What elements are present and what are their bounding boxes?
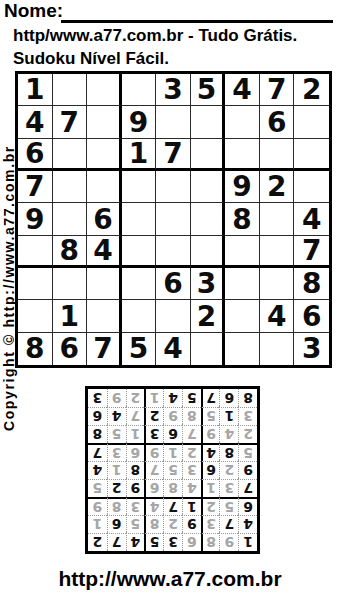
puzzle-given-cell: 6	[87, 203, 122, 235]
sudoku-print-page: Nome: http/www.a77.com.br - Tudo Grátis.…	[0, 0, 340, 596]
puzzle-empty-cell[interactable]	[87, 171, 122, 203]
puzzle-given-cell: 8	[294, 268, 329, 300]
puzzle-given-cell: 8	[53, 236, 88, 268]
solution-given-cell: 3	[88, 389, 107, 407]
solution-grid-rotated: 1986354724739285616521743897314869259263…	[85, 386, 260, 554]
solution-solved-cell: 3	[126, 497, 145, 515]
solution-given-cell: 1	[238, 533, 257, 551]
solution-given-cell: 9	[182, 515, 201, 533]
puzzle-given-cell: 7	[18, 171, 53, 203]
solution-solved-cell: 7	[144, 461, 163, 479]
solution-solved-cell: 8	[107, 497, 126, 515]
solution-solved-cell: 7	[126, 407, 145, 425]
puzzle-empty-cell[interactable]	[225, 106, 260, 138]
puzzle-given-cell: 1	[122, 139, 157, 171]
solution-solved-cell: 1	[201, 479, 220, 497]
solution-given-cell: 6	[201, 461, 220, 479]
puzzle-empty-cell[interactable]	[87, 106, 122, 138]
puzzle-empty-cell[interactable]	[87, 139, 122, 171]
puzzle-empty-cell[interactable]	[225, 268, 260, 300]
puzzle-given-cell: 9	[122, 106, 157, 138]
puzzle-given-cell: 3	[294, 333, 329, 365]
puzzle-given-cell: 6	[294, 300, 329, 332]
puzzle-given-cell: 7	[260, 74, 295, 106]
solution-solved-cell: 5	[163, 461, 182, 479]
solution-solved-cell: 9	[219, 533, 238, 551]
puzzle-empty-cell[interactable]	[225, 139, 260, 171]
puzzle-given-cell: 6	[53, 333, 88, 365]
solution-solved-cell: 4	[182, 479, 201, 497]
puzzle-empty-cell[interactable]	[18, 300, 53, 332]
solution-given-cell: 7	[163, 497, 182, 515]
solution-given-cell: 4	[126, 533, 145, 551]
solution-grid: 1986354724739285616521743897314869259263…	[85, 386, 260, 554]
solution-solved-cell: 6	[144, 479, 163, 497]
puzzle-given-cell: 7	[87, 333, 122, 365]
solution-solved-cell: 5	[201, 407, 220, 425]
solution-solved-cell: 9	[107, 389, 126, 407]
puzzle-given-cell: 7	[156, 139, 191, 171]
solution-given-cell: 8	[88, 425, 107, 443]
puzzle-empty-cell[interactable]	[53, 171, 88, 203]
puzzle-empty-cell[interactable]	[191, 236, 226, 268]
puzzle-given-cell: 4	[260, 300, 295, 332]
solution-solved-cell: 9	[144, 443, 163, 461]
solution-given-cell: 7	[88, 443, 107, 461]
solution-given-cell: 1	[182, 497, 201, 515]
copyright-vertical-text: Copyright © http://www.a77.com.br	[1, 145, 17, 431]
puzzle-given-cell: 3	[191, 268, 226, 300]
puzzle-empty-cell[interactable]	[122, 268, 157, 300]
puzzle-empty-cell[interactable]	[191, 139, 226, 171]
puzzle-empty-cell[interactable]	[294, 139, 329, 171]
puzzle-given-cell: 4	[87, 236, 122, 268]
solution-solved-cell: 2	[163, 515, 182, 533]
puzzle-empty-cell[interactable]	[122, 236, 157, 268]
puzzle-empty-cell[interactable]	[53, 203, 88, 235]
solution-solved-cell: 5	[88, 479, 107, 497]
puzzle-given-cell: 9	[225, 171, 260, 203]
name-label: Nome:	[4, 0, 63, 22]
solution-given-cell: 4	[163, 389, 182, 407]
puzzle-empty-cell[interactable]	[260, 333, 295, 365]
solution-solved-cell: 3	[182, 461, 201, 479]
solution-solved-cell: 8	[163, 479, 182, 497]
puzzle-empty-cell[interactable]	[156, 106, 191, 138]
puzzle-empty-cell[interactable]	[191, 203, 226, 235]
puzzle-given-cell: 9	[18, 203, 53, 235]
puzzle-empty-cell[interactable]	[18, 236, 53, 268]
puzzle-empty-cell[interactable]	[260, 236, 295, 268]
name-underline-field[interactable]	[61, 0, 333, 23]
solution-solved-cell: 5	[126, 515, 145, 533]
puzzle-empty-cell[interactable]	[225, 236, 260, 268]
solution-solved-cell: 1	[126, 425, 145, 443]
puzzle-empty-cell[interactable]	[18, 268, 53, 300]
puzzle-given-cell: 3	[156, 74, 191, 106]
solution-solved-cell: 8	[182, 407, 201, 425]
puzzle-given-cell: 6	[156, 268, 191, 300]
solution-solved-cell: 8	[201, 533, 220, 551]
solution-given-cell: 5	[182, 389, 201, 407]
solution-solved-cell: 2	[219, 461, 238, 479]
puzzle-empty-cell[interactable]	[122, 74, 157, 106]
solution-solved-cell: 9	[201, 425, 220, 443]
solution-given-cell: 2	[88, 533, 107, 551]
solution-solved-cell: 9	[88, 497, 107, 515]
solution-given-cell: 9	[126, 479, 145, 497]
puzzle-given-cell: 6	[18, 139, 53, 171]
solution-solved-cell: 5	[219, 497, 238, 515]
puzzle-given-cell: 8	[18, 333, 53, 365]
solution-solved-cell: 5	[107, 425, 126, 443]
puzzle-empty-cell[interactable]	[87, 268, 122, 300]
puzzle-grid: 135472479661779296848476381246867543	[15, 71, 332, 368]
puzzle-empty-cell[interactable]	[191, 106, 226, 138]
puzzle-given-cell: 7	[294, 236, 329, 268]
puzzle-given-cell: 5	[191, 74, 226, 106]
solution-solved-cell: 5	[238, 443, 257, 461]
solution-given-cell: 8	[238, 389, 257, 407]
solution-solved-cell: 6	[182, 533, 201, 551]
puzzle-empty-cell[interactable]	[53, 139, 88, 171]
puzzle-given-cell: 2	[260, 171, 295, 203]
solution-solved-cell: 7	[182, 425, 201, 443]
solution-given-cell: 7	[201, 389, 220, 407]
solution-solved-cell: 3	[107, 443, 126, 461]
solution-solved-cell: 4	[219, 425, 238, 443]
solution-given-cell: 8	[126, 461, 145, 479]
solution-solved-cell: 2	[238, 425, 257, 443]
solution-solved-cell: 1	[88, 515, 107, 533]
puzzle-given-cell: 5	[122, 333, 157, 365]
solution-given-cell: 6	[107, 515, 126, 533]
puzzle-empty-cell[interactable]	[260, 139, 295, 171]
puzzle-empty-cell[interactable]	[122, 203, 157, 235]
puzzle-empty-cell[interactable]	[53, 268, 88, 300]
solution-given-cell: 3	[163, 533, 182, 551]
solution-solved-cell: 3	[201, 515, 220, 533]
puzzle-given-cell: 2	[294, 74, 329, 106]
puzzle-empty-cell[interactable]	[122, 171, 157, 203]
puzzle-empty-cell[interactable]	[294, 171, 329, 203]
solution-solved-cell: 1	[107, 461, 126, 479]
puzzle-empty-cell[interactable]	[87, 300, 122, 332]
solution-solved-cell: 6	[126, 443, 145, 461]
puzzle-empty-cell[interactable]	[87, 74, 122, 106]
puzzle-empty-cell[interactable]	[191, 171, 226, 203]
solution-given-cell: 6	[88, 407, 107, 425]
solution-given-cell: 1	[219, 407, 238, 425]
puzzle-empty-cell[interactable]	[225, 300, 260, 332]
solution-given-cell: 5	[144, 533, 163, 551]
solution-given-cell: 4	[201, 443, 220, 461]
puzzle-empty-cell[interactable]	[53, 74, 88, 106]
solution-given-cell: 4	[107, 407, 126, 425]
solution-solved-cell: 3	[219, 479, 238, 497]
puzzle-empty-cell[interactable]	[156, 236, 191, 268]
puzzle-empty-cell[interactable]	[156, 203, 191, 235]
puzzle-given-cell: 2	[191, 300, 226, 332]
puzzle-empty-cell[interactable]	[225, 333, 260, 365]
puzzle-level-heading: Sudoku Nível Fácil.	[13, 48, 169, 69]
puzzle-given-cell: 7	[53, 106, 88, 138]
puzzle-empty-cell[interactable]	[260, 203, 295, 235]
puzzle-empty-cell[interactable]	[156, 300, 191, 332]
puzzle-given-cell: 1	[18, 74, 53, 106]
puzzle-given-cell: 4	[156, 333, 191, 365]
solution-given-cell: 6	[238, 497, 257, 515]
solution-given-cell: 3	[144, 425, 163, 443]
puzzle-empty-cell[interactable]	[260, 268, 295, 300]
solution-given-cell: 6	[219, 389, 238, 407]
site-url-heading[interactable]: http/www.a77.com.br - Tudo Grátis.	[13, 25, 297, 46]
solution-solved-cell: 2	[126, 389, 145, 407]
puzzle-given-cell: 8	[225, 203, 260, 235]
solution-solved-cell: 4	[144, 497, 163, 515]
solution-solved-cell: 2	[201, 497, 220, 515]
solution-given-cell: 7	[107, 533, 126, 551]
solution-given-cell: 7	[219, 515, 238, 533]
footer-url[interactable]: http://www.a77.com.br	[0, 566, 340, 592]
solution-given-cell: 4	[88, 461, 107, 479]
solution-given-cell: 7	[238, 479, 257, 497]
solution-solved-cell: 2	[182, 443, 201, 461]
puzzle-empty-cell[interactable]	[122, 300, 157, 332]
solution-solved-cell: 8	[144, 515, 163, 533]
puzzle-empty-cell[interactable]	[156, 171, 191, 203]
solution-solved-cell: 1	[144, 389, 163, 407]
solution-solved-cell: 9	[163, 407, 182, 425]
solution-solved-cell: 3	[238, 407, 257, 425]
solution-given-cell: 9	[238, 461, 257, 479]
puzzle-given-cell: 4	[225, 74, 260, 106]
puzzle-given-cell: 6	[260, 106, 295, 138]
puzzle-given-cell: 1	[53, 300, 88, 332]
puzzle-given-cell: 4	[294, 203, 329, 235]
solution-given-cell: 2	[107, 479, 126, 497]
solution-given-cell: 4	[238, 515, 257, 533]
puzzle-empty-cell[interactable]	[294, 106, 329, 138]
solution-given-cell: 6	[163, 425, 182, 443]
puzzle-empty-cell[interactable]	[191, 333, 226, 365]
solution-solved-cell: 1	[163, 443, 182, 461]
solution-given-cell: 2	[144, 407, 163, 425]
puzzle-given-cell: 4	[18, 106, 53, 138]
solution-given-cell: 8	[219, 443, 238, 461]
